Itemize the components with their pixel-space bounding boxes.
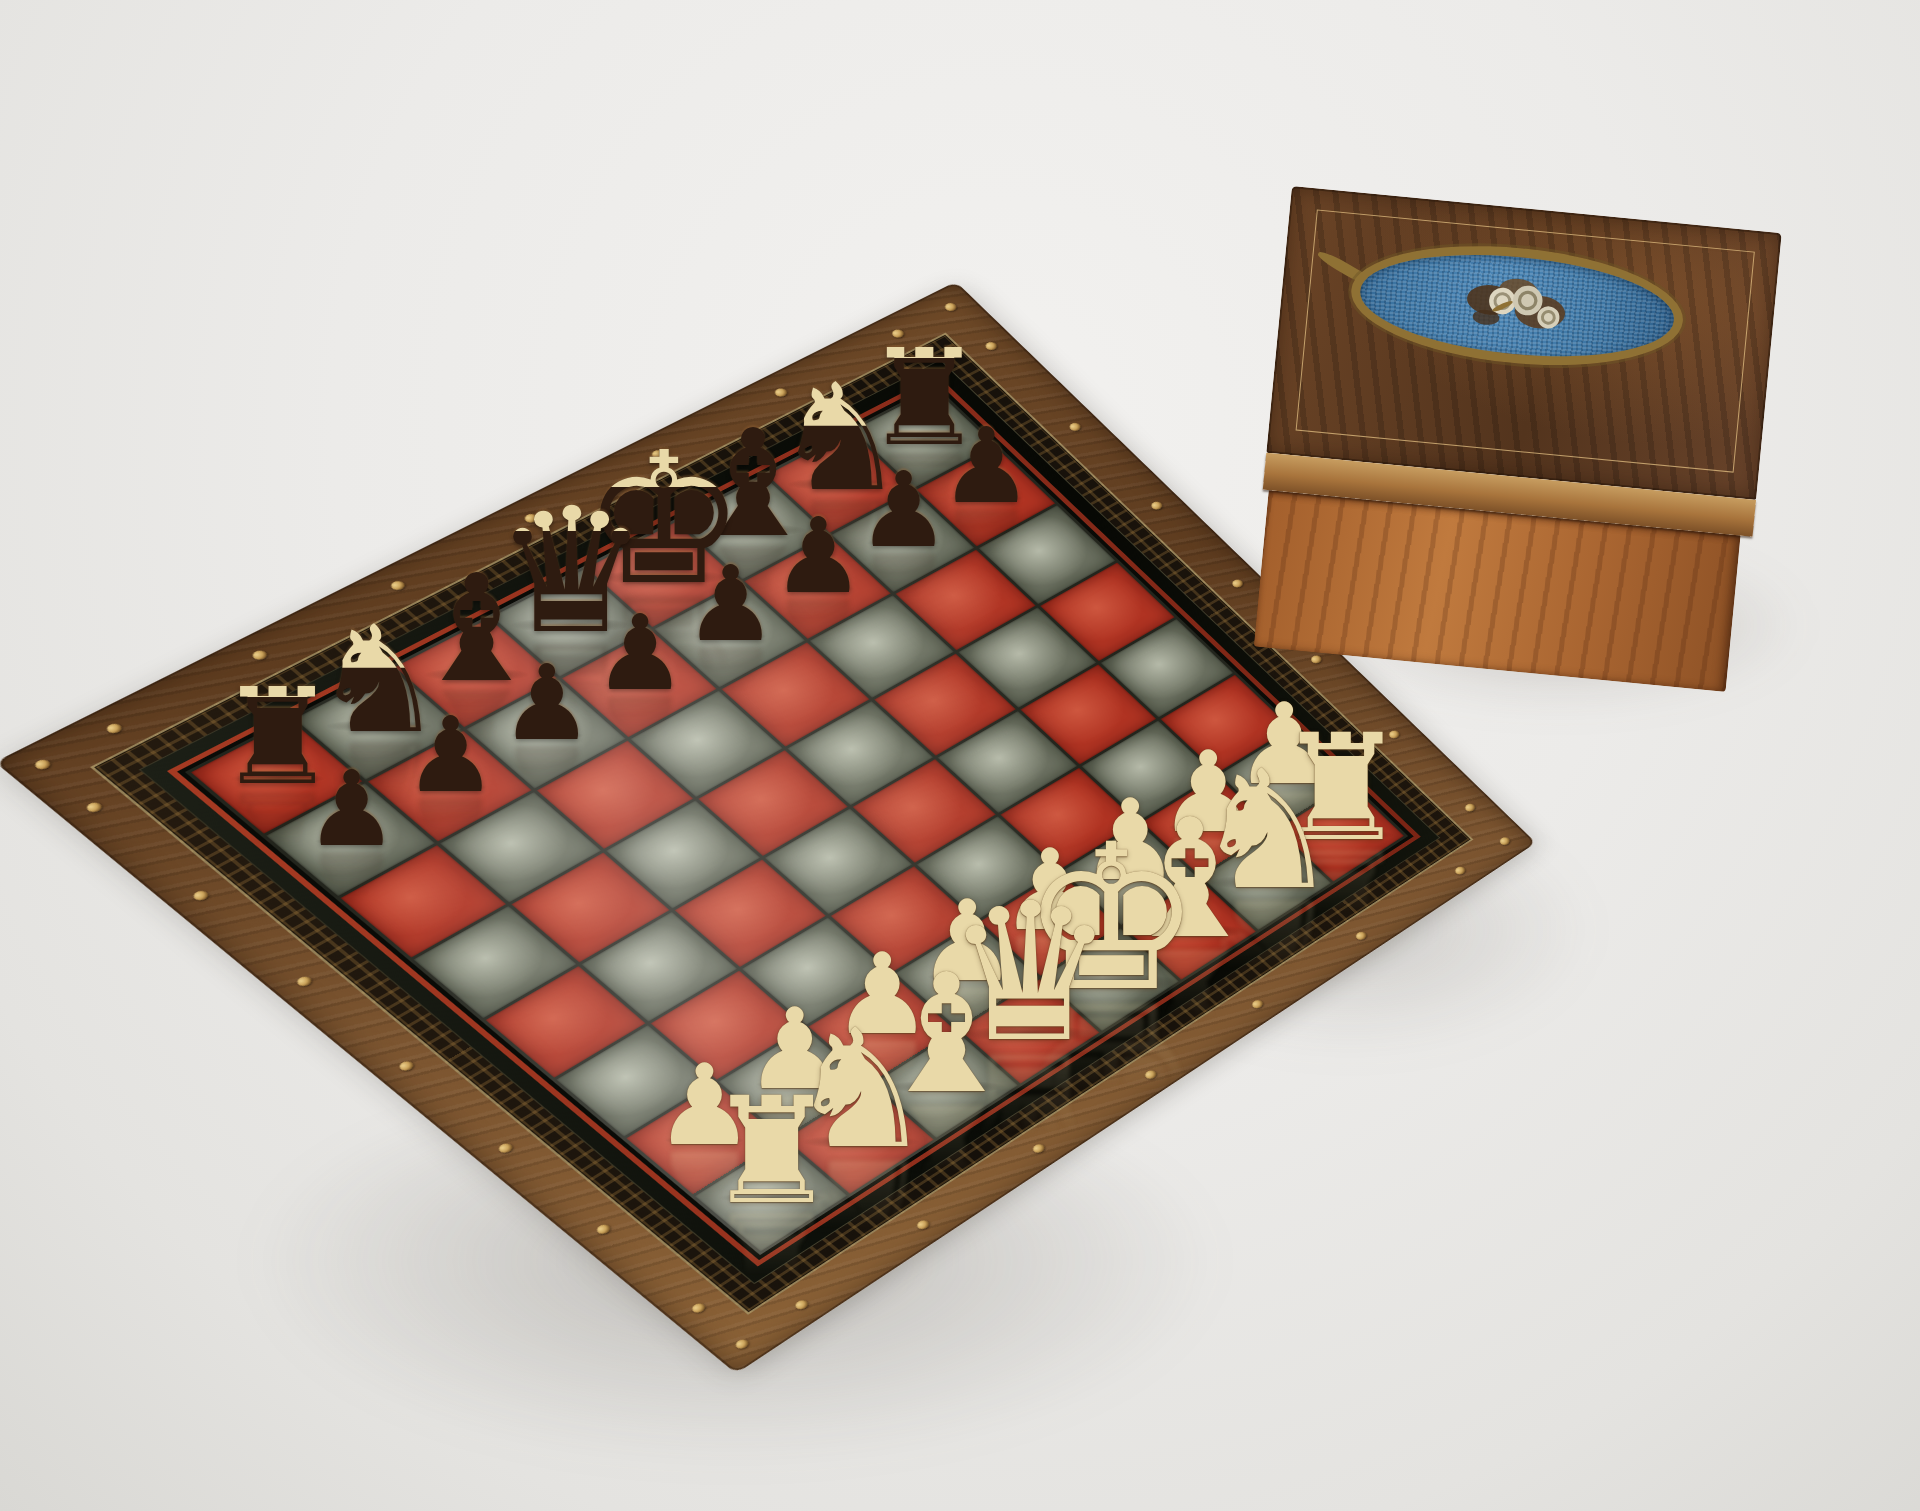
brass-stud-icon — [1463, 802, 1477, 813]
piece-black-pawn-h7[interactable]: ♟♟ — [940, 413, 1033, 517]
brass-stud-icon — [104, 722, 124, 735]
beadwork-box — [1248, 186, 1782, 693]
piece-black-pawn-f7[interactable]: ♟♟ — [772, 504, 865, 608]
piece-glyph: ♟ — [305, 756, 398, 860]
photo-scene: ♜♜♜♞♞♞♟♟♝♝♟♟♚♚♚♟♟♛♛♛♟♟♝♝♟♟♞♞♞♟♟♜♜♜♟♟♟♟♟♟… — [0, 0, 1920, 1511]
brass-stud-icon — [1067, 421, 1082, 432]
piece-white-rook-a1[interactable]: ♜♜ — [706, 1078, 838, 1225]
brass-stud-icon — [690, 1302, 708, 1315]
brass-stud-icon — [594, 1223, 612, 1236]
brass-stud-icon — [983, 341, 999, 352]
piece-black-pawn-g7[interactable]: ♟♟ — [857, 458, 950, 562]
brass-stud-icon — [397, 1059, 416, 1072]
brass-stud-icon — [32, 758, 53, 771]
piece-glyph: ♟ — [857, 458, 950, 562]
brass-stud-icon — [389, 579, 408, 591]
brass-stud-icon — [1230, 578, 1245, 589]
brass-stud-icon — [295, 975, 314, 988]
piece-black-pawn-e7[interactable]: ♟♟ — [684, 552, 777, 656]
brass-stud-icon — [496, 1142, 515, 1155]
brass-stud-icon — [733, 1338, 750, 1351]
piece-black-pawn-d7[interactable]: ♟♟ — [593, 600, 686, 704]
piece-glyph: ♟ — [940, 413, 1033, 517]
piece-glyph: ♟ — [500, 651, 593, 755]
brass-stud-icon — [1149, 500, 1164, 511]
brass-stud-icon — [191, 889, 211, 902]
piece-glyph: ♟ — [772, 504, 865, 608]
piece-black-pawn-b7[interactable]: ♟♟ — [404, 703, 497, 807]
piece-black-pawn-c7[interactable]: ♟♟ — [500, 651, 593, 755]
brass-stud-icon — [943, 302, 959, 313]
brass-stud-icon — [1453, 865, 1467, 876]
brass-stud-icon — [84, 801, 104, 814]
piece-glyph: ♜ — [706, 1078, 838, 1225]
piece-glyph: ♟ — [593, 600, 686, 704]
brass-stud-icon — [1309, 654, 1323, 665]
box-lid[interactable] — [1266, 186, 1781, 500]
piece-glyph: ♟ — [404, 703, 497, 807]
piece-glyph: ♟ — [684, 552, 777, 656]
piece-black-pawn-a7[interactable]: ♟♟ — [305, 756, 398, 860]
brass-stud-icon — [1498, 836, 1512, 847]
